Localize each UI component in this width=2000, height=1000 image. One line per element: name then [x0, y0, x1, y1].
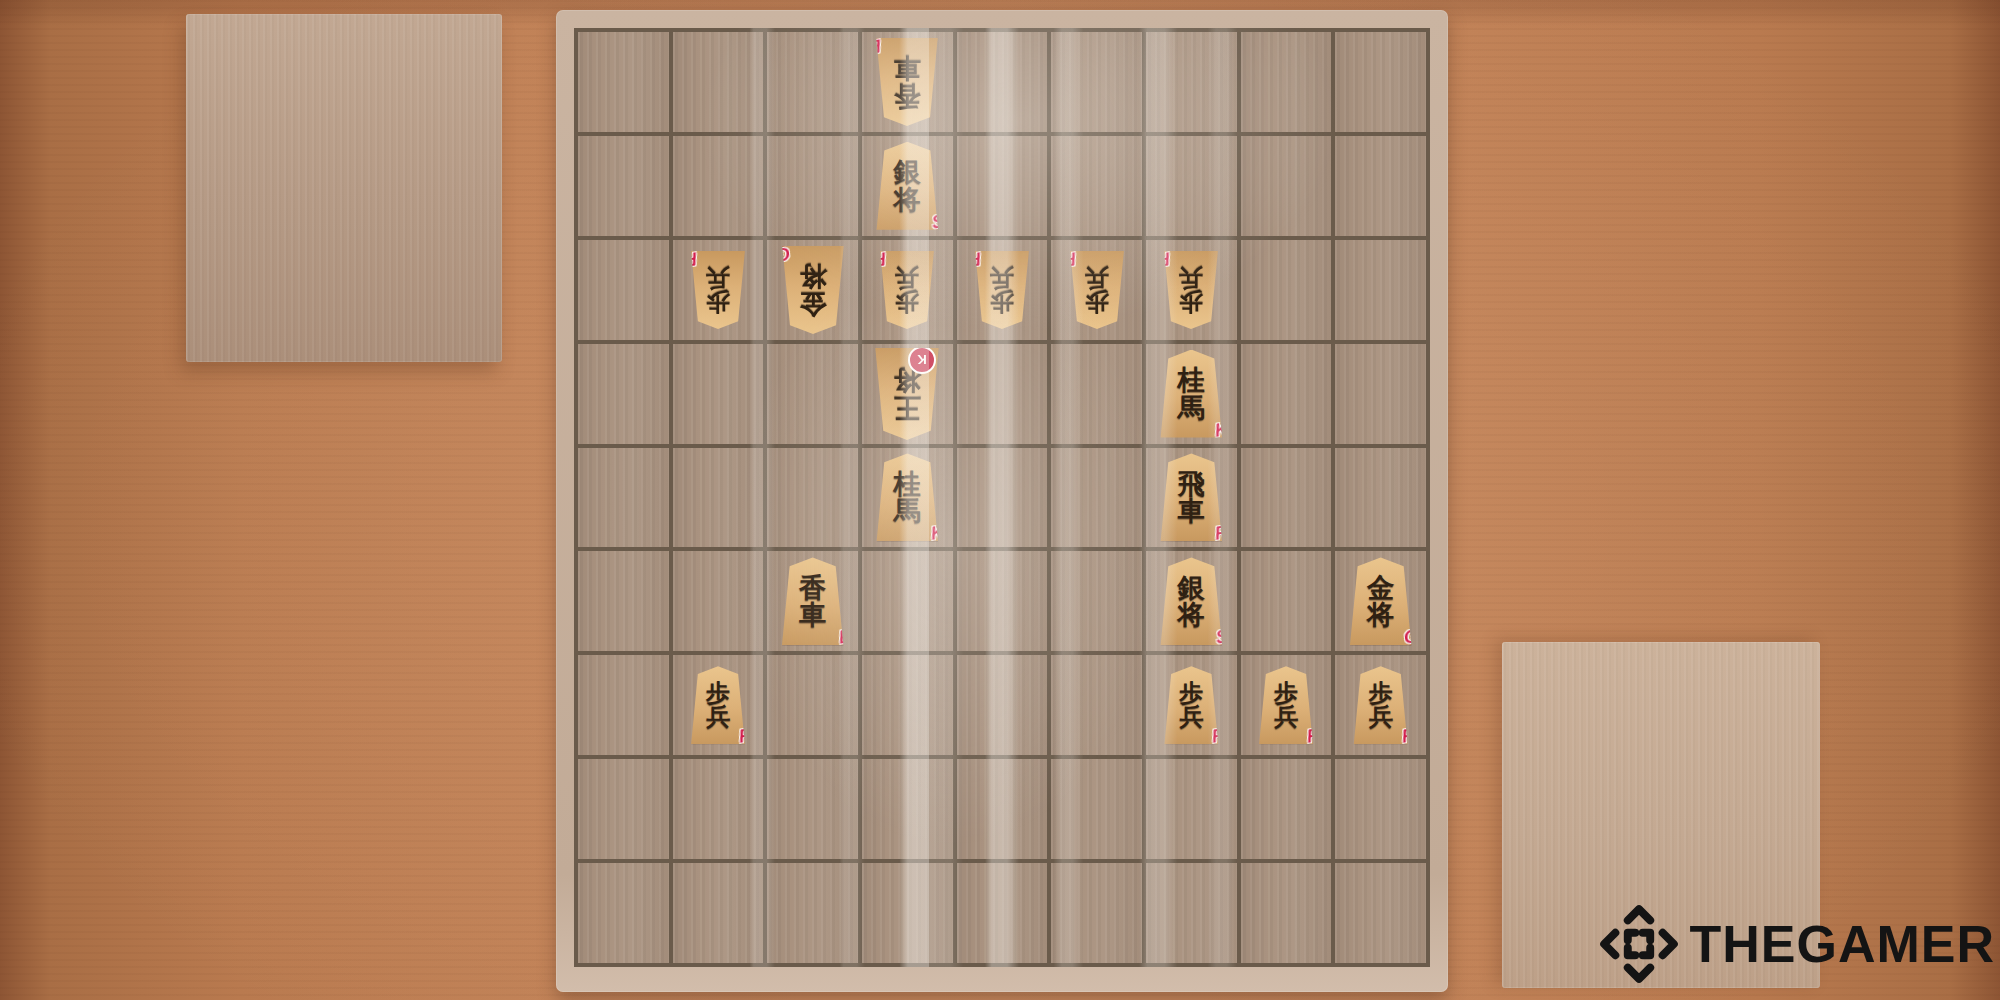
cell-r1-c2[interactable]: [673, 32, 764, 132]
cell-r9-c3[interactable]: [767, 863, 858, 963]
cell-r6-c7[interactable]: 銀将S: [1146, 551, 1237, 651]
piece-lance-down[interactable]: 香車L: [875, 38, 939, 126]
board-grid: 香車L銀将S歩兵P金将G歩兵P歩兵P歩兵P歩兵P王将K桂馬K桂馬K飛車R香車L銀…: [574, 28, 1430, 967]
cell-r8-c8[interactable]: [1241, 759, 1332, 859]
piece-letter-marker: P: [1400, 726, 1415, 748]
cell-r8-c1[interactable]: [578, 759, 669, 859]
thegamer-watermark: THEGAMER: [1595, 900, 1995, 988]
cell-r2-c9[interactable]: [1335, 136, 1426, 236]
cell-r6-c6[interactable]: [1051, 551, 1142, 651]
piece-letter-marker: S: [931, 211, 946, 233]
piece-letter-marker: P: [738, 726, 753, 748]
piece-pawn-up[interactable]: 歩兵P: [1163, 666, 1219, 744]
cell-r3-c6[interactable]: 歩兵P: [1051, 240, 1142, 340]
cell-r7-c5[interactable]: [957, 655, 1048, 755]
cell-r1-c5[interactable]: [957, 32, 1048, 132]
piece-letter-marker: K: [1214, 419, 1230, 442]
cell-r7-c6[interactable]: [1051, 655, 1142, 755]
cell-r2-c2[interactable]: [673, 136, 764, 236]
cell-r3-c5[interactable]: 歩兵P: [957, 240, 1048, 340]
piece-pawn-up[interactable]: 歩兵P: [1258, 666, 1314, 744]
piece-letter-marker: P: [873, 247, 888, 269]
piece-kanji: 歩兵: [706, 681, 730, 730]
cell-r5-c2[interactable]: [673, 448, 764, 548]
cell-r7-c1[interactable]: [578, 655, 669, 755]
cell-r6-c3[interactable]: 香車L: [767, 551, 858, 651]
piece-pawn-down[interactable]: 歩兵P: [974, 251, 1030, 329]
piece-kanji: 香車: [894, 54, 921, 109]
cell-r5-c4[interactable]: 桂馬K: [862, 448, 953, 548]
piece-letter-marker: S: [1215, 627, 1230, 649]
piece-kanji: 歩兵: [1085, 265, 1109, 314]
cell-r3-c8[interactable]: [1241, 240, 1332, 340]
piece-kanji: 銀将: [1178, 574, 1205, 629]
piece-kanji: 金将: [799, 262, 826, 317]
cell-r9-c2[interactable]: [673, 863, 764, 963]
cell-r3-c4[interactable]: 歩兵P: [862, 240, 953, 340]
thegamer-logo-text: THEGAMER: [1689, 918, 1995, 970]
cell-r1-c6[interactable]: [1051, 32, 1142, 132]
piece-stand-top-left[interactable]: [186, 14, 502, 362]
piece-pawn-up[interactable]: 歩兵P: [690, 666, 746, 744]
piece-kanji: 王将: [894, 366, 921, 421]
cell-r8-c4[interactable]: [862, 759, 953, 859]
piece-letter-marker: P: [1062, 247, 1077, 269]
piece-kanji: 歩兵: [1179, 265, 1203, 314]
cell-r2-c8[interactable]: [1241, 136, 1332, 236]
piece-pawn-down[interactable]: 歩兵P: [690, 251, 746, 329]
cell-r9-c6[interactable]: [1051, 863, 1142, 963]
cell-r6-c8[interactable]: [1241, 551, 1332, 651]
piece-kanji: 歩兵: [895, 265, 919, 314]
piece-letter-marker: P: [684, 247, 699, 269]
cell-r2-c7[interactable]: [1146, 136, 1237, 236]
piece-king-down[interactable]: 王将K: [874, 348, 940, 440]
cell-r8-c7[interactable]: [1146, 759, 1237, 859]
cell-r4-c9[interactable]: [1335, 344, 1426, 444]
cell-r7-c7[interactable]: 歩兵P: [1146, 655, 1237, 755]
cell-r9-c9[interactable]: [1335, 863, 1426, 963]
piece-letter-marker: P: [1157, 247, 1172, 269]
cell-r4-c8[interactable]: [1241, 344, 1332, 444]
cell-r9-c1[interactable]: [578, 863, 669, 963]
cell-r7-c4[interactable]: [862, 655, 953, 755]
cell-r4-c3[interactable]: [767, 344, 858, 444]
cell-r2-c6[interactable]: [1051, 136, 1142, 236]
cell-r2-c3[interactable]: [767, 136, 858, 236]
cell-r3-c9[interactable]: [1335, 240, 1426, 340]
piece-letter-marker: P: [1211, 726, 1226, 748]
piece-letter-marker: L: [869, 34, 883, 56]
shogi-board: 香車L銀将S歩兵P金将G歩兵P歩兵P歩兵P歩兵P王将K桂馬K桂馬K飛車R香車L銀…: [556, 10, 1448, 992]
cell-r1-c8[interactable]: [1241, 32, 1332, 132]
piece-rook-up[interactable]: 飛車R: [1159, 453, 1223, 541]
cell-r1-c4[interactable]: 香車L: [862, 32, 953, 132]
cell-r7-c9[interactable]: 歩兵P: [1335, 655, 1426, 755]
piece-letter-marker: R: [1214, 523, 1230, 546]
cell-r8-c2[interactable]: [673, 759, 764, 859]
cell-r4-c1[interactable]: [578, 344, 669, 444]
cell-r9-c4[interactable]: [862, 863, 953, 963]
cell-r3-c7[interactable]: 歩兵P: [1146, 240, 1237, 340]
cell-r6-c1[interactable]: [578, 551, 669, 651]
cell-r6-c9[interactable]: 金将G: [1335, 551, 1426, 651]
cell-r3-c2[interactable]: 歩兵P: [673, 240, 764, 340]
board-field: 香車L銀将S歩兵P金将G歩兵P歩兵P歩兵P歩兵P王将K桂馬K桂馬K飛車R香車L銀…: [574, 28, 1430, 967]
piece-kanji: 香車: [799, 574, 826, 629]
piece-letter-marker: K: [908, 346, 936, 374]
cell-r8-c5[interactable]: [957, 759, 1048, 859]
cell-r1-c7[interactable]: [1146, 32, 1237, 132]
cell-r1-c9[interactable]: [1335, 32, 1426, 132]
piece-lance-up[interactable]: 香車L: [781, 557, 845, 645]
piece-kanji: 飛車: [1178, 470, 1205, 525]
cell-r9-c7[interactable]: [1146, 863, 1237, 963]
piece-letter-marker: P: [968, 247, 983, 269]
piece-silver-up[interactable]: 銀将S: [875, 142, 939, 230]
piece-pawn-down[interactable]: 歩兵P: [1069, 251, 1125, 329]
cell-r5-c7[interactable]: 飛車R: [1146, 448, 1237, 548]
cell-r2-c5[interactable]: [957, 136, 1048, 236]
piece-pawn-down[interactable]: 歩兵P: [1163, 251, 1219, 329]
cell-r3-c1[interactable]: [578, 240, 669, 340]
cell-r7-c3[interactable]: [767, 655, 858, 755]
piece-kanji: 歩兵: [990, 265, 1014, 314]
cell-r4-c7[interactable]: 桂馬K: [1146, 344, 1237, 444]
cell-r5-c1[interactable]: [578, 448, 669, 548]
piece-letter-marker: G: [1402, 627, 1419, 650]
piece-letter-marker: P: [1306, 726, 1321, 748]
piece-kanji: 金将: [1367, 574, 1394, 629]
piece-gold-down[interactable]: 金将G: [781, 246, 845, 334]
piece-kanji: 桂馬: [894, 470, 921, 525]
thegamer-diamond-icon: [1595, 900, 1683, 988]
piece-silver-up[interactable]: 銀将S: [1159, 557, 1223, 645]
piece-kanji: 桂馬: [1178, 366, 1205, 421]
cell-r8-c9[interactable]: [1335, 759, 1426, 859]
cell-r4-c4[interactable]: 王将K: [862, 344, 953, 444]
cell-r4-c5[interactable]: [957, 344, 1048, 444]
piece-kanji: 歩兵: [706, 265, 730, 314]
piece-kanji: 銀将: [894, 158, 921, 213]
cell-r5-c9[interactable]: [1335, 448, 1426, 548]
cell-r4-c6[interactable]: [1051, 344, 1142, 444]
cell-r6-c4[interactable]: [862, 551, 953, 651]
piece-kanji: 歩兵: [1179, 681, 1203, 730]
cell-r4-c2[interactable]: [673, 344, 764, 444]
piece-letter-marker: K: [930, 523, 946, 546]
cell-r8-c6[interactable]: [1051, 759, 1142, 859]
piece-knight-up[interactable]: 桂馬K: [875, 453, 939, 541]
cell-r7-c2[interactable]: 歩兵P: [673, 655, 764, 755]
cell-r6-c5[interactable]: [957, 551, 1048, 651]
cell-r3-c3[interactable]: 金将G: [767, 240, 858, 340]
cell-r9-c5[interactable]: [957, 863, 1048, 963]
piece-pawn-up[interactable]: 歩兵P: [1353, 666, 1409, 744]
cell-r5-c8[interactable]: [1241, 448, 1332, 548]
cell-r1-c3[interactable]: [767, 32, 858, 132]
cell-r5-c6[interactable]: [1051, 448, 1142, 548]
cell-r5-c3[interactable]: [767, 448, 858, 548]
tabletop-background: 香車L銀将S歩兵P金将G歩兵P歩兵P歩兵P歩兵P王将K桂馬K桂馬K飛車R香車L銀…: [0, 0, 2000, 1000]
piece-kanji: 歩兵: [1274, 681, 1298, 730]
cell-r8-c3[interactable]: [767, 759, 858, 859]
piece-pawn-down[interactable]: 歩兵P: [879, 251, 935, 329]
cell-r9-c8[interactable]: [1241, 863, 1332, 963]
cell-r1-c1[interactable]: [578, 32, 669, 132]
cell-r2-c4[interactable]: 銀将S: [862, 136, 953, 236]
piece-gold-up[interactable]: 金将G: [1349, 557, 1413, 645]
cell-r5-c5[interactable]: [957, 448, 1048, 548]
piece-letter-marker: L: [837, 627, 851, 649]
piece-letter-marker: G: [774, 242, 791, 265]
cell-r2-c1[interactable]: [578, 136, 669, 236]
cell-r7-c8[interactable]: 歩兵P: [1241, 655, 1332, 755]
cell-r6-c2[interactable]: [673, 551, 764, 651]
piece-kanji: 歩兵: [1369, 681, 1393, 730]
piece-knight-up[interactable]: 桂馬K: [1159, 350, 1223, 438]
